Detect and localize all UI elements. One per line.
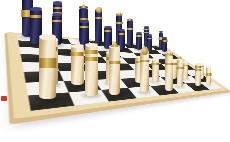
piece-cap	[53, 1, 63, 4]
piece-cylinder	[127, 20, 133, 45]
piece-cap	[136, 32, 142, 34]
piece-cap	[85, 43, 98, 47]
white-knight[interactable]: ♘	[195, 64, 201, 86]
piece-cap	[104, 26, 111, 29]
black-bishop[interactable]: ♝	[127, 20, 133, 45]
white-rook[interactable]: ♖	[39, 37, 56, 99]
piece-cylinder	[95, 10, 102, 44]
brand-logo-mark	[1, 96, 7, 101]
white-king[interactable]: ♔	[165, 55, 173, 91]
queen-ball	[96, 7, 102, 13]
piece-cap	[144, 26, 149, 28]
white-pawn[interactable]: ♙	[152, 59, 160, 82]
white-queen[interactable]: ♕	[140, 51, 149, 92]
piece-cylinder	[109, 46, 120, 94]
white-bishop[interactable]: ♗	[177, 59, 184, 87]
pieces-layer: ♜♞♝♛♚♝♞♜♟♟♟♟♟♟♟♟♙♙♙♙♙♙♙♙♖♘♗♕♔♗♘♖	[0, 0, 230, 142]
piece-cylinder	[165, 55, 173, 91]
white-pawn[interactable]: ♙	[183, 62, 189, 79]
piece-cylinder	[140, 51, 149, 92]
piece-cylinder	[39, 37, 56, 99]
piece-cap	[162, 37, 167, 39]
black-pawn[interactable]: ♟	[136, 33, 142, 51]
piece-cap	[152, 58, 160, 61]
piece-cap	[183, 61, 189, 63]
piece-cap	[80, 20, 89, 23]
piece-cylinder	[206, 67, 211, 85]
white-pawn[interactable]: ♙	[71, 46, 84, 85]
white-rook[interactable]: ♖	[206, 67, 211, 85]
black-pawn[interactable]: ♟	[162, 38, 167, 52]
white-bishop[interactable]: ♗	[109, 46, 120, 94]
piece-cylinder	[177, 59, 184, 87]
white-knight[interactable]: ♘	[85, 45, 98, 96]
stage: ♜♞♝♛♚♝♞♜♟♟♟♟♟♟♟♟♙♙♙♙♙♙♙♙♖♘♗♕♔♗♘♖	[0, 0, 230, 142]
black-queen[interactable]: ♛	[95, 10, 102, 44]
piece-cap	[71, 44, 84, 48]
